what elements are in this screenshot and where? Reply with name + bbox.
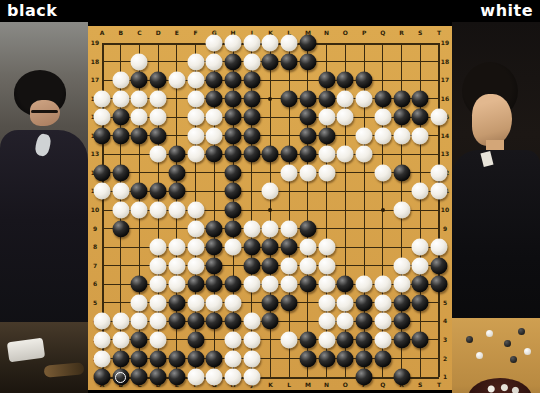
- white-stone: [225, 294, 242, 311]
- physical-stone: [518, 328, 525, 335]
- black-stone: [281, 239, 298, 256]
- broadcast-frame: black white AABBCCDDEEFFGGHHJJKKLLMMNNOO…: [0, 0, 540, 393]
- row-label-left: 13: [91, 151, 99, 157]
- white-stone: [225, 35, 242, 52]
- white-stone: [112, 90, 129, 107]
- column-label-top: S: [418, 30, 422, 36]
- black-stone: [150, 72, 167, 89]
- black-stone: [356, 350, 373, 367]
- row-label-right: 4: [443, 318, 447, 324]
- white-stone: [112, 331, 129, 348]
- white-stone: [318, 257, 335, 274]
- physical-stone: [466, 336, 473, 343]
- black-stone: [187, 350, 204, 367]
- white-stone: [299, 164, 316, 181]
- row-label-right: 9: [443, 226, 447, 232]
- white-stone: [374, 164, 391, 181]
- black-stone: [112, 164, 129, 181]
- row-label-right: 13: [441, 151, 449, 157]
- white-stone: [281, 164, 298, 181]
- black-stone: [187, 276, 204, 293]
- white-stone: [281, 257, 298, 274]
- white-stone: [187, 72, 204, 89]
- black-stone: [337, 276, 354, 293]
- white-stone: [430, 164, 447, 181]
- white-stone: [94, 350, 111, 367]
- column-label-top: D: [156, 30, 161, 36]
- black-stone: [150, 127, 167, 144]
- white-stone: [131, 109, 148, 126]
- black-stone: [412, 331, 429, 348]
- physical-stone: [504, 340, 511, 347]
- black-stone: [356, 313, 373, 330]
- black-stone: [430, 257, 447, 274]
- white-stone: [243, 313, 260, 330]
- row-label-right: 1: [443, 374, 447, 380]
- black-stone: [225, 220, 242, 237]
- black-stone: [262, 257, 279, 274]
- white-stone: [168, 72, 185, 89]
- black-stone: [374, 90, 391, 107]
- black-stone: [94, 127, 111, 144]
- black-stone: [393, 294, 410, 311]
- column-label-top: R: [399, 30, 404, 36]
- white-stone: [94, 183, 111, 200]
- white-stone: [281, 331, 298, 348]
- black-stone: [112, 350, 129, 367]
- black-stone: [318, 90, 335, 107]
- black-stone: [225, 276, 242, 293]
- go-board-panel: AABBCCDDEEFFGGHHJJKKLLMMNNOOPPQQRRSSTT19…: [88, 0, 452, 393]
- row-label-left: 7: [93, 263, 97, 269]
- white-stone: [243, 276, 260, 293]
- white-stone: [243, 350, 260, 367]
- black-stone: [168, 313, 185, 330]
- row-label-right: 18: [441, 59, 449, 65]
- black-stone: [225, 146, 242, 163]
- row-label-right: 10: [441, 207, 449, 213]
- white-stone: [187, 109, 204, 126]
- white-stone: [112, 183, 129, 200]
- black-stone: [225, 109, 242, 126]
- column-label-bottom: K: [268, 382, 273, 388]
- black-stone: [187, 331, 204, 348]
- white-stone: [131, 90, 148, 107]
- black-stone: [299, 350, 316, 367]
- black-stone: [225, 72, 242, 89]
- black-stone: [412, 90, 429, 107]
- column-label-top: E: [175, 30, 179, 36]
- white-stone: [281, 220, 298, 237]
- row-label-right: 17: [441, 77, 449, 83]
- black-stone: [243, 127, 260, 144]
- column-label-top: N: [324, 30, 329, 36]
- row-label-right: 3: [443, 337, 447, 343]
- column-label-top: C: [137, 30, 141, 36]
- black-stone: [206, 72, 223, 89]
- black-stone: [243, 72, 260, 89]
- black-stone: [356, 72, 373, 89]
- white-stone: [318, 276, 335, 293]
- white-stone: [187, 257, 204, 274]
- black-stone: [262, 146, 279, 163]
- white-stone: [337, 146, 354, 163]
- white-stone: [262, 220, 279, 237]
- column-label-bottom: S: [418, 382, 422, 388]
- column-label-bottom: M: [305, 382, 311, 388]
- black-stone: [299, 220, 316, 237]
- white-stone: [150, 294, 167, 311]
- white-stone: [318, 109, 335, 126]
- black-stone: [206, 276, 223, 293]
- black-stone: [356, 369, 373, 386]
- black-stone: [412, 109, 429, 126]
- black-stone: [168, 183, 185, 200]
- black-stone: [299, 276, 316, 293]
- white-stone: [206, 53, 223, 70]
- white-stone: [299, 239, 316, 256]
- row-label-left: 8: [93, 244, 97, 250]
- row-label-right: 19: [441, 40, 449, 46]
- white-stone: [430, 239, 447, 256]
- black-stone: [262, 294, 279, 311]
- white-stone: [206, 294, 223, 311]
- black-stone: [168, 369, 185, 386]
- white-stone: [262, 183, 279, 200]
- star-point: [268, 97, 272, 101]
- black-stone: [131, 276, 148, 293]
- black-stone: [206, 146, 223, 163]
- white-stone: [318, 146, 335, 163]
- white-stone: [243, 220, 260, 237]
- white-player-label: white: [480, 0, 533, 22]
- black-stone: [356, 294, 373, 311]
- row-label-right: 16: [441, 96, 449, 102]
- black-stone: [168, 294, 185, 311]
- black-stone: [299, 127, 316, 144]
- white-stone: [337, 313, 354, 330]
- physical-stone: [476, 352, 483, 359]
- black-stone: [393, 164, 410, 181]
- white-stone: [318, 313, 335, 330]
- white-stone: [150, 202, 167, 219]
- white-stone: [187, 127, 204, 144]
- white-stone: [281, 35, 298, 52]
- black-stone: [281, 53, 298, 70]
- column-label-top: Q: [380, 30, 385, 36]
- column-label-top: P: [362, 30, 366, 36]
- white-stone: [131, 202, 148, 219]
- white-stone: [412, 257, 429, 274]
- black-stone: [150, 350, 167, 367]
- white-stone: [94, 90, 111, 107]
- black-stone: [393, 369, 410, 386]
- white-stone: [299, 257, 316, 274]
- white-stone: [337, 90, 354, 107]
- white-stone: [243, 331, 260, 348]
- white-stone: [225, 239, 242, 256]
- white-stone: [393, 257, 410, 274]
- black-stone: [131, 369, 148, 386]
- white-stone: [262, 276, 279, 293]
- white-stone: [412, 239, 429, 256]
- star-point: [268, 208, 272, 212]
- row-label-left: 6: [93, 281, 97, 287]
- black-stone: [393, 109, 410, 126]
- white-stone: [187, 294, 204, 311]
- white-stone: [187, 146, 204, 163]
- black-stone: [112, 109, 129, 126]
- black-player-photo: [0, 22, 88, 393]
- white-player-face: [472, 94, 512, 146]
- last-move-marker: [115, 372, 126, 383]
- white-stone: [374, 276, 391, 293]
- white-stone: [112, 313, 129, 330]
- white-stone: [187, 53, 204, 70]
- black-stone: [262, 239, 279, 256]
- white-stone: [225, 331, 242, 348]
- column-label-bottom: L: [287, 382, 291, 388]
- white-stone: [356, 127, 373, 144]
- white-stone: [337, 109, 354, 126]
- black-stone: [131, 183, 148, 200]
- black-stone: [281, 90, 298, 107]
- white-stone: [206, 35, 223, 52]
- black-stone: [299, 109, 316, 126]
- white-stone: [262, 35, 279, 52]
- physical-stone: [524, 348, 531, 355]
- column-label-bottom: O: [343, 382, 348, 388]
- white-stone: [374, 127, 391, 144]
- column-label-bottom: T: [437, 382, 441, 388]
- row-label-right: 2: [443, 356, 447, 362]
- column-label-bottom: Q: [380, 382, 385, 388]
- white-stone: [94, 331, 111, 348]
- black-stone: [243, 239, 260, 256]
- white-stone: [318, 294, 335, 311]
- black-stone: [393, 90, 410, 107]
- white-stone: [337, 294, 354, 311]
- black-stone: [393, 331, 410, 348]
- black-stone: [131, 72, 148, 89]
- black-stone: [299, 331, 316, 348]
- black-stone: [206, 350, 223, 367]
- column-label-top: T: [437, 30, 441, 36]
- white-stone: [150, 257, 167, 274]
- white-stone: [206, 369, 223, 386]
- white-stone: [374, 331, 391, 348]
- black-stone: [281, 294, 298, 311]
- white-stone: [150, 90, 167, 107]
- white-stone: [131, 53, 148, 70]
- black-stone: [337, 350, 354, 367]
- black-stone: [374, 350, 391, 367]
- black-stone: [206, 313, 223, 330]
- white-stone: [318, 331, 335, 348]
- row-label-left: 9: [93, 226, 97, 232]
- white-stone: [150, 239, 167, 256]
- star-point: [381, 208, 385, 212]
- white-stone: [187, 90, 204, 107]
- black-stone: [112, 220, 129, 237]
- white-stone: [356, 90, 373, 107]
- white-stone: [112, 202, 129, 219]
- black-stone: [150, 369, 167, 386]
- black-player-glasses: [31, 110, 58, 113]
- white-stone: [412, 183, 429, 200]
- black-stone: [131, 331, 148, 348]
- black-stone: [206, 239, 223, 256]
- white-stone: [206, 109, 223, 126]
- row-label-left: 19: [91, 40, 99, 46]
- black-stone: [243, 257, 260, 274]
- black-stone: [206, 257, 223, 274]
- white-stone: [168, 257, 185, 274]
- black-stone: [318, 127, 335, 144]
- black-stone: [243, 90, 260, 107]
- white-stone: [187, 202, 204, 219]
- black-stone: [168, 164, 185, 181]
- white-stone: [393, 202, 410, 219]
- black-stone: [150, 183, 167, 200]
- white-stone: [206, 127, 223, 144]
- black-stone: [243, 109, 260, 126]
- black-stone: [337, 331, 354, 348]
- black-stone: [412, 276, 429, 293]
- physical-stone: [486, 330, 493, 337]
- black-stone: [337, 72, 354, 89]
- black-stone: [206, 220, 223, 237]
- white-stone: [225, 369, 242, 386]
- white-stone: [131, 294, 148, 311]
- white-stone: [187, 239, 204, 256]
- black-stone: [206, 90, 223, 107]
- white-stone: [430, 183, 447, 200]
- white-stone: [318, 239, 335, 256]
- black-player-face: [30, 100, 60, 126]
- row-label-left: 18: [91, 59, 99, 65]
- black-stone: [131, 127, 148, 144]
- white-stone: [318, 164, 335, 181]
- black-stone: [299, 35, 316, 52]
- white-stone: [393, 127, 410, 144]
- white-stone: [150, 109, 167, 126]
- black-stone: [281, 146, 298, 163]
- black-stone: [168, 350, 185, 367]
- white-stone: [393, 276, 410, 293]
- black-stone: [187, 313, 204, 330]
- black-stone: [94, 369, 111, 386]
- white-stone: [356, 146, 373, 163]
- white-stone: [131, 313, 148, 330]
- black-stone: [299, 90, 316, 107]
- white-stone: [243, 369, 260, 386]
- physical-stone: [510, 356, 517, 363]
- black-stone: [131, 350, 148, 367]
- white-stone: [150, 313, 167, 330]
- black-player-label: black: [7, 0, 57, 22]
- white-player-suit: [452, 150, 540, 330]
- black-stone: [430, 276, 447, 293]
- row-label-left: 5: [93, 300, 97, 306]
- white-stone: [430, 109, 447, 126]
- white-stone: [281, 276, 298, 293]
- black-stone: [262, 313, 279, 330]
- black-stone: [262, 53, 279, 70]
- column-label-top: O: [343, 30, 348, 36]
- white-stone: [412, 127, 429, 144]
- column-label-top: B: [118, 30, 123, 36]
- black-stone: [112, 369, 129, 386]
- row-label-right: 14: [441, 133, 449, 139]
- column-label-top: A: [100, 30, 105, 36]
- white-stone: [150, 331, 167, 348]
- white-stone: [168, 202, 185, 219]
- white-stone: [374, 109, 391, 126]
- black-player-jacket: [0, 130, 88, 330]
- row-label-right: 5: [443, 300, 447, 306]
- black-stone: [318, 350, 335, 367]
- white-stone: [112, 72, 129, 89]
- white-stone: [243, 35, 260, 52]
- white-stone: [356, 276, 373, 293]
- white-stone: [243, 53, 260, 70]
- black-stone: [225, 313, 242, 330]
- white-stone: [374, 313, 391, 330]
- white-stone: [94, 109, 111, 126]
- column-label-top: F: [194, 30, 198, 36]
- black-stone: [225, 183, 242, 200]
- black-stone: [243, 146, 260, 163]
- black-stone: [412, 294, 429, 311]
- black-stone: [299, 146, 316, 163]
- white-stone: [225, 350, 242, 367]
- row-label-left: 10: [91, 207, 99, 213]
- bowl-stones: [478, 382, 522, 393]
- black-stone: [318, 72, 335, 89]
- white-stone: [187, 369, 204, 386]
- black-stone: [168, 146, 185, 163]
- white-stone: [374, 294, 391, 311]
- column-label-bottom: N: [324, 382, 329, 388]
- white-player-photo: [452, 22, 540, 393]
- black-stone: [225, 164, 242, 181]
- white-stone: [168, 276, 185, 293]
- black-stone: [225, 90, 242, 107]
- black-stone: [299, 53, 316, 70]
- black-stone: [225, 202, 242, 219]
- white-stone: [94, 313, 111, 330]
- white-stone: [168, 239, 185, 256]
- black-stone: [356, 331, 373, 348]
- black-stone: [112, 127, 129, 144]
- white-stone: [150, 146, 167, 163]
- row-label-left: 17: [91, 77, 99, 83]
- black-stone: [225, 53, 242, 70]
- black-stone: [393, 313, 410, 330]
- black-stone: [94, 164, 111, 181]
- black-stone: [225, 127, 242, 144]
- white-stone: [187, 220, 204, 237]
- white-stone: [150, 276, 167, 293]
